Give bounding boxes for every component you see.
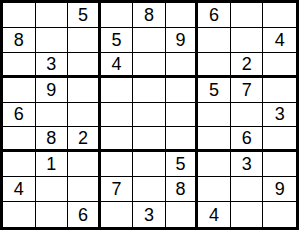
cell-r3c5[interactable]: [133, 53, 166, 78]
cell-r8c8[interactable]: [231, 177, 264, 202]
cell-r7c4[interactable]: [101, 152, 134, 177]
cell-r6c1[interactable]: [3, 127, 36, 152]
cell-r8c7[interactable]: [198, 177, 231, 202]
cell-r9c8[interactable]: [231, 202, 264, 227]
cell-r5c5[interactable]: [133, 103, 166, 128]
cell-r7c3[interactable]: [68, 152, 101, 177]
cell-r9c4[interactable]: [101, 202, 134, 227]
cell-r6c5[interactable]: [133, 127, 166, 152]
cell-r9c9[interactable]: [263, 202, 296, 227]
cell-r4c5[interactable]: [133, 78, 166, 103]
cell-r8c4[interactable]: 7: [101, 177, 134, 202]
cell-r6c4[interactable]: [101, 127, 134, 152]
cell-r7c2[interactable]: 1: [36, 152, 69, 177]
cell-r3c6[interactable]: [166, 53, 199, 78]
cell-r4c2[interactable]: 9: [36, 78, 69, 103]
cell-r5c4[interactable]: [101, 103, 134, 128]
cell-r3c8[interactable]: 2: [231, 53, 264, 78]
cell-r5c3[interactable]: [68, 103, 101, 128]
cell-r3c1[interactable]: [3, 53, 36, 78]
cell-r2c9[interactable]: 4: [263, 28, 296, 53]
cell-r7c8[interactable]: 3: [231, 152, 264, 177]
cell-r2c8[interactable]: [231, 28, 264, 53]
cell-r1c2[interactable]: [36, 3, 69, 28]
cell-r3c2[interactable]: 3: [36, 53, 69, 78]
cell-r5c1[interactable]: 6: [3, 103, 36, 128]
cell-r1c3[interactable]: 5: [68, 3, 101, 28]
cell-r8c6[interactable]: 8: [166, 177, 199, 202]
cell-r1c9[interactable]: [263, 3, 296, 28]
cell-r9c1[interactable]: [3, 202, 36, 227]
cell-r8c9[interactable]: 9: [263, 177, 296, 202]
cell-r3c7[interactable]: [198, 53, 231, 78]
cell-r9c2[interactable]: [36, 202, 69, 227]
cell-r4c8[interactable]: 7: [231, 78, 264, 103]
cell-r4c6[interactable]: [166, 78, 199, 103]
cell-r3c9[interactable]: [263, 53, 296, 78]
cell-r9c5[interactable]: 3: [133, 202, 166, 227]
cell-r6c6[interactable]: [166, 127, 199, 152]
cell-r2c6[interactable]: 9: [166, 28, 199, 53]
cell-r4c3[interactable]: [68, 78, 101, 103]
cell-r1c1[interactable]: [3, 3, 36, 28]
cell-r6c9[interactable]: [263, 127, 296, 152]
cell-r9c7[interactable]: 4: [198, 202, 231, 227]
cell-r1c4[interactable]: [101, 3, 134, 28]
cell-r1c7[interactable]: 6: [198, 3, 231, 28]
cell-r8c2[interactable]: [36, 177, 69, 202]
cell-r4c1[interactable]: [3, 78, 36, 103]
cell-r9c6[interactable]: [166, 202, 199, 227]
cell-r2c5[interactable]: [133, 28, 166, 53]
cell-r5c9[interactable]: 3: [263, 103, 296, 128]
cell-r2c2[interactable]: [36, 28, 69, 53]
cell-r7c9[interactable]: [263, 152, 296, 177]
cell-r6c2[interactable]: 8: [36, 127, 69, 152]
cell-r6c8[interactable]: 6: [231, 127, 264, 152]
cell-r3c4[interactable]: 4: [101, 53, 134, 78]
cell-r6c3[interactable]: 2: [68, 127, 101, 152]
cell-r5c6[interactable]: [166, 103, 199, 128]
cell-r7c1[interactable]: [3, 152, 36, 177]
cell-r2c3[interactable]: [68, 28, 101, 53]
cell-r5c8[interactable]: [231, 103, 264, 128]
cell-r6c7[interactable]: [198, 127, 231, 152]
cell-r7c7[interactable]: [198, 152, 231, 177]
sudoku-board: 5868594342957638261534789634: [0, 0, 299, 230]
cell-r3c3[interactable]: [68, 53, 101, 78]
cell-r7c5[interactable]: [133, 152, 166, 177]
cell-r1c6[interactable]: [166, 3, 199, 28]
cell-r2c7[interactable]: [198, 28, 231, 53]
cell-r5c2[interactable]: [36, 103, 69, 128]
cell-r4c9[interactable]: [263, 78, 296, 103]
cell-r2c1[interactable]: 8: [3, 28, 36, 53]
cell-r5c7[interactable]: [198, 103, 231, 128]
cell-r4c7[interactable]: 5: [198, 78, 231, 103]
cell-r8c3[interactable]: [68, 177, 101, 202]
cell-r8c1[interactable]: 4: [3, 177, 36, 202]
cell-r8c5[interactable]: [133, 177, 166, 202]
cell-r9c3[interactable]: 6: [68, 202, 101, 227]
cell-r1c8[interactable]: [231, 3, 264, 28]
cell-r1c5[interactable]: 8: [133, 3, 166, 28]
cell-r2c4[interactable]: 5: [101, 28, 134, 53]
cell-r7c6[interactable]: 5: [166, 152, 199, 177]
cell-r4c4[interactable]: [101, 78, 134, 103]
